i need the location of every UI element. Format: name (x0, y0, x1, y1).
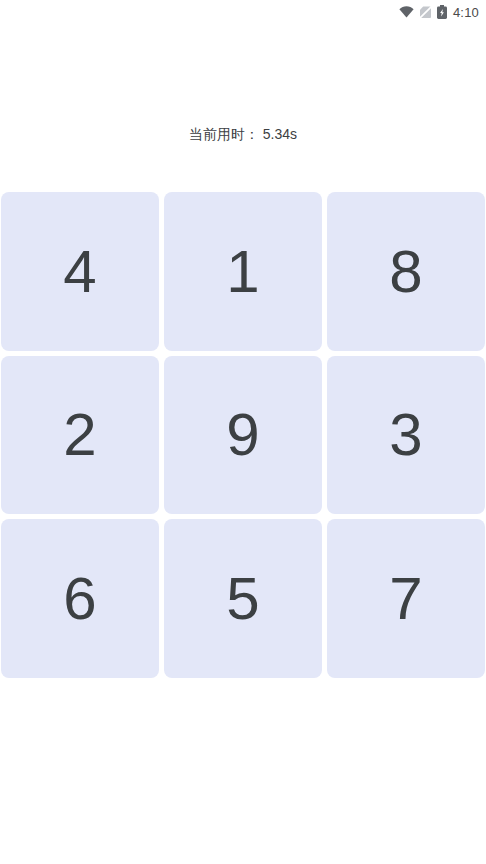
tile-r2c3[interactable]: 3 (327, 356, 485, 515)
tile-r2c2[interactable]: 9 (164, 356, 322, 515)
wifi-icon (399, 6, 414, 18)
tile-r1c3[interactable]: 8 (327, 192, 485, 351)
tile-r3c3[interactable]: 7 (327, 519, 485, 678)
puzzle-grid: 4 1 8 2 9 3 6 5 7 (1, 192, 485, 678)
battery-charging-icon (437, 5, 447, 19)
status-time: 4:10 (453, 5, 479, 20)
tile-r3c1[interactable]: 6 (1, 519, 159, 678)
timer-label: 当前用时： (189, 126, 259, 142)
no-sim-icon (419, 6, 432, 19)
timer-value: 5.34s (263, 126, 297, 142)
tile-r3c2[interactable]: 5 (164, 519, 322, 678)
tile-r2c1[interactable]: 2 (1, 356, 159, 515)
status-bar: 4:10 (0, 0, 486, 24)
tile-r1c1[interactable]: 4 (1, 192, 159, 351)
app-screen: 4:10 当前用时： 5.34s 4 1 8 2 9 3 6 5 7 (0, 0, 486, 864)
tile-r1c2[interactable]: 1 (164, 192, 322, 351)
timer-text: 当前用时： 5.34s (0, 126, 486, 144)
